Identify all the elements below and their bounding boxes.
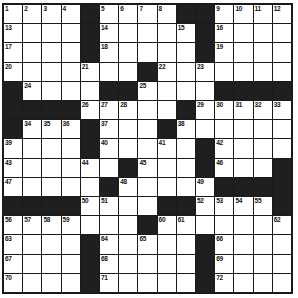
grid-cell[interactable] <box>138 43 156 61</box>
black-square <box>215 178 233 196</box>
clue-number: 22 <box>159 63 166 70</box>
grid-cell[interactable]: 68 <box>100 255 118 273</box>
clue-number: 41 <box>159 139 166 146</box>
grid-cell[interactable] <box>62 24 80 42</box>
grid-cell[interactable] <box>234 216 252 234</box>
black-square <box>196 255 214 273</box>
grid-cell[interactable] <box>158 82 176 100</box>
grid-cell[interactable] <box>138 101 156 119</box>
clue-number: 35 <box>43 120 50 127</box>
grid-cell[interactable] <box>254 120 272 138</box>
clue-number: 44 <box>82 159 89 166</box>
clue-number: 54 <box>235 197 242 204</box>
grid-cell[interactable] <box>81 178 99 196</box>
grid-cell[interactable] <box>158 159 176 177</box>
grid-cell[interactable] <box>23 63 41 81</box>
black-square <box>81 235 99 253</box>
grid-cell[interactable]: 62 <box>273 216 291 234</box>
clue-number: 1 <box>5 5 8 12</box>
clue-number: 52 <box>197 197 204 204</box>
grid-cell[interactable]: 37 <box>100 120 118 138</box>
grid-cell[interactable] <box>42 82 60 100</box>
grid-cell[interactable] <box>177 274 195 292</box>
grid-cell[interactable] <box>234 120 252 138</box>
grid-cell[interactable] <box>42 24 60 42</box>
grid-cell[interactable] <box>62 255 80 273</box>
grid-cell[interactable] <box>273 255 291 273</box>
grid-cell[interactable] <box>81 82 99 100</box>
grid-cell[interactable] <box>254 139 272 157</box>
grid-cell[interactable]: 29 <box>196 101 214 119</box>
grid-cell[interactable]: 50 <box>81 197 99 215</box>
clue-number: 27 <box>101 101 108 108</box>
clue-number: 49 <box>197 178 204 185</box>
grid-cell[interactable]: 63 <box>4 235 22 253</box>
grid-cell[interactable]: 59 <box>62 216 80 234</box>
grid-cell[interactable] <box>158 255 176 273</box>
grid-cell[interactable] <box>138 139 156 157</box>
grid-cell[interactable] <box>177 159 195 177</box>
black-square <box>273 197 291 215</box>
black-square <box>81 43 99 61</box>
grid-cell[interactable] <box>119 255 137 273</box>
grid-cell[interactable] <box>23 139 41 157</box>
clue-number: 57 <box>24 216 31 223</box>
grid-cell[interactable] <box>254 43 272 61</box>
clue-number: 53 <box>216 197 223 204</box>
black-square <box>177 197 195 215</box>
grid-cell[interactable] <box>234 255 252 273</box>
grid-cell[interactable] <box>254 255 272 273</box>
clue-number: 48 <box>120 178 127 185</box>
grid-cell[interactable] <box>42 63 60 81</box>
clue-number: 12 <box>274 5 281 12</box>
grid-cell[interactable] <box>100 159 118 177</box>
clue-number: 15 <box>178 24 185 31</box>
black-square <box>196 139 214 157</box>
black-square <box>23 197 41 215</box>
clue-number: 9 <box>216 5 219 12</box>
grid-cell[interactable]: 52 <box>196 197 214 215</box>
clue-number: 68 <box>101 255 108 262</box>
grid-cell[interactable]: 58 <box>42 216 60 234</box>
grid-cell[interactable] <box>234 43 252 61</box>
black-square <box>158 197 176 215</box>
grid-cell[interactable] <box>158 235 176 253</box>
grid-cell[interactable]: 53 <box>215 197 233 215</box>
grid-cell[interactable] <box>42 43 60 61</box>
grid-cell[interactable] <box>62 82 80 100</box>
grid-cell[interactable] <box>119 43 137 61</box>
grid-cell[interactable]: 36 <box>62 120 80 138</box>
clue-number: 46 <box>216 159 223 166</box>
grid-cell[interactable]: 27 <box>100 101 118 119</box>
grid-cell[interactable] <box>119 216 137 234</box>
grid-cell[interactable] <box>177 178 195 196</box>
grid-cell[interactable] <box>62 178 80 196</box>
black-square <box>177 5 195 23</box>
grid-cell[interactable] <box>234 24 252 42</box>
grid-cell[interactable] <box>23 159 41 177</box>
grid-cell[interactable]: 42 <box>215 139 233 157</box>
grid-cell[interactable]: 49 <box>196 178 214 196</box>
grid-cell[interactable] <box>62 43 80 61</box>
grid-cell[interactable]: 23 <box>196 63 214 81</box>
grid-cell[interactable] <box>138 24 156 42</box>
black-square <box>158 120 176 138</box>
clue-number: 62 <box>274 216 281 223</box>
grid-cell[interactable] <box>196 120 214 138</box>
grid-cell[interactable]: 65 <box>138 235 156 253</box>
clue-number: 20 <box>5 63 12 70</box>
clue-number: 45 <box>139 159 146 166</box>
black-square <box>234 82 252 100</box>
black-square <box>81 255 99 273</box>
grid-cell[interactable]: 26 <box>81 101 99 119</box>
clue-number: 58 <box>43 216 50 223</box>
grid-cell[interactable] <box>158 24 176 42</box>
black-square <box>196 274 214 292</box>
clue-number: 72 <box>216 274 223 281</box>
grid-cell[interactable]: 28 <box>119 101 137 119</box>
black-square <box>100 82 118 100</box>
grid-cell[interactable] <box>234 159 252 177</box>
grid-cell[interactable] <box>119 274 137 292</box>
black-square <box>138 216 156 234</box>
black-square <box>42 197 60 215</box>
grid-cell[interactable] <box>234 63 252 81</box>
black-square <box>196 235 214 253</box>
clue-number: 30 <box>216 101 223 108</box>
grid-cell[interactable] <box>215 216 233 234</box>
clue-number: 2 <box>24 5 27 12</box>
grid-cell[interactable]: 25 <box>138 82 156 100</box>
grid-cell[interactable]: 70 <box>4 274 22 292</box>
grid-cell[interactable] <box>177 255 195 273</box>
clue-number: 70 <box>5 274 12 281</box>
clue-number: 63 <box>5 235 12 242</box>
grid-cell[interactable]: 18 <box>100 43 118 61</box>
grid-cell[interactable] <box>273 63 291 81</box>
grid-cell[interactable] <box>62 235 80 253</box>
grid-cell[interactable]: 16 <box>215 24 233 42</box>
black-square <box>4 120 22 138</box>
grid-cell[interactable] <box>23 255 41 273</box>
clue-number: 43 <box>5 159 12 166</box>
grid-cell[interactable] <box>23 274 41 292</box>
grid-cell[interactable]: 67 <box>4 255 22 273</box>
grid-cell[interactable]: 48 <box>119 178 137 196</box>
clue-number: 10 <box>235 5 242 12</box>
grid-cell[interactable] <box>215 120 233 138</box>
grid-cell[interactable] <box>273 24 291 42</box>
grid-cell[interactable] <box>177 82 195 100</box>
grid-cell[interactable]: 17 <box>4 43 22 61</box>
clue-number: 69 <box>216 255 223 262</box>
grid-cell[interactable] <box>138 120 156 138</box>
grid-cell[interactable] <box>273 274 291 292</box>
grid-cell[interactable]: 35 <box>42 120 60 138</box>
black-square <box>119 159 137 177</box>
grid-cell[interactable] <box>234 235 252 253</box>
black-square <box>273 178 291 196</box>
grid-cell[interactable]: 30 <box>215 101 233 119</box>
grid-cell[interactable]: 10 <box>234 5 252 23</box>
grid-cell[interactable]: 54 <box>234 197 252 215</box>
grid-cell[interactable] <box>196 82 214 100</box>
clue-number: 37 <box>101 120 108 127</box>
black-square <box>254 82 272 100</box>
clue-number: 14 <box>101 24 108 31</box>
black-square <box>23 101 41 119</box>
clue-number: 66 <box>216 235 223 242</box>
grid-cell[interactable] <box>254 24 272 42</box>
grid-cell[interactable]: 1 <box>4 5 22 23</box>
grid-cell[interactable] <box>119 197 137 215</box>
grid-cell[interactable]: 11 <box>254 5 272 23</box>
black-square <box>81 5 99 23</box>
grid-cell[interactable] <box>23 43 41 61</box>
crossword-grid: 1234567891011121314151617181920212223242… <box>2 3 293 294</box>
grid-cell[interactable] <box>62 159 80 177</box>
clue-number: 29 <box>197 101 204 108</box>
grid-cell[interactable] <box>138 178 156 196</box>
clue-number: 33 <box>274 101 281 108</box>
clue-number: 60 <box>159 216 166 223</box>
clue-number: 13 <box>5 24 12 31</box>
grid-cell[interactable]: 9 <box>215 5 233 23</box>
black-square <box>177 101 195 119</box>
black-square <box>119 82 137 100</box>
grid-cell[interactable] <box>254 235 272 253</box>
black-square <box>4 197 22 215</box>
black-square <box>81 24 99 42</box>
grid-cell[interactable]: 21 <box>81 63 99 81</box>
grid-cell[interactable]: 45 <box>138 159 156 177</box>
black-square <box>215 82 233 100</box>
grid-cell[interactable] <box>138 197 156 215</box>
grid-cell[interactable]: 14 <box>100 24 118 42</box>
grid-cell[interactable]: 72 <box>215 274 233 292</box>
clue-number: 50 <box>82 197 89 204</box>
grid-cell[interactable]: 33 <box>273 101 291 119</box>
clue-number: 5 <box>101 5 104 12</box>
grid-cell[interactable]: 13 <box>4 24 22 42</box>
grid-cell[interactable]: 57 <box>23 216 41 234</box>
grid-cell[interactable] <box>23 235 41 253</box>
grid-cell[interactable]: 55 <box>254 197 272 215</box>
clue-number: 38 <box>178 120 185 127</box>
black-square <box>81 139 99 157</box>
grid-cell[interactable]: 69 <box>215 255 233 273</box>
grid-cell[interactable] <box>42 235 60 253</box>
grid-cell[interactable]: 24 <box>23 82 41 100</box>
grid-cell[interactable] <box>177 139 195 157</box>
grid-cell[interactable] <box>234 274 252 292</box>
black-square <box>62 101 80 119</box>
black-square <box>273 82 291 100</box>
grid-cell[interactable]: 31 <box>234 101 252 119</box>
clue-number: 40 <box>101 139 108 146</box>
clue-number: 71 <box>101 274 108 281</box>
black-square <box>254 178 272 196</box>
grid-cell[interactable] <box>196 216 214 234</box>
grid-cell[interactable]: 38 <box>177 120 195 138</box>
clue-number: 8 <box>159 5 162 12</box>
grid-cell[interactable]: 7 <box>138 5 156 23</box>
clue-number: 64 <box>101 235 108 242</box>
grid-cell[interactable] <box>273 120 291 138</box>
grid-cell[interactable]: 19 <box>215 43 233 61</box>
grid-cell[interactable] <box>254 159 272 177</box>
grid-cell[interactable] <box>138 274 156 292</box>
grid-cell[interactable] <box>234 139 252 157</box>
black-square <box>273 159 291 177</box>
grid-cell[interactable]: 6 <box>119 5 137 23</box>
clue-number: 11 <box>255 5 261 12</box>
grid-cell[interactable] <box>177 235 195 253</box>
grid-cell[interactable]: 34 <box>23 120 41 138</box>
clue-number: 42 <box>216 139 223 146</box>
crossword-puzzle: 1234567891011121314151617181920212223242… <box>2 3 293 294</box>
black-square <box>62 197 80 215</box>
clue-number: 31 <box>235 101 242 108</box>
clue-number: 65 <box>139 235 146 242</box>
clue-number: 47 <box>5 178 12 185</box>
grid-cell[interactable] <box>273 235 291 253</box>
clue-number: 61 <box>178 216 185 223</box>
clue-number: 56 <box>5 216 12 223</box>
grid-cell[interactable]: 5 <box>100 5 118 23</box>
black-square <box>42 101 60 119</box>
grid-cell[interactable]: 56 <box>4 216 22 234</box>
grid-cell[interactable] <box>158 274 176 292</box>
grid-cell[interactable] <box>158 43 176 61</box>
grid-cell[interactable] <box>158 178 176 196</box>
clue-number: 32 <box>255 101 262 108</box>
grid-cell[interactable] <box>273 139 291 157</box>
grid-cell[interactable]: 12 <box>273 5 291 23</box>
grid-cell[interactable]: 43 <box>4 159 22 177</box>
grid-cell[interactable] <box>158 101 176 119</box>
clue-number: 21 <box>82 63 89 70</box>
black-square <box>196 5 214 23</box>
clue-number: 6 <box>120 5 123 12</box>
black-square <box>234 178 252 196</box>
grid-cell[interactable]: 60 <box>158 216 176 234</box>
clue-number: 23 <box>197 63 204 70</box>
grid-cell[interactable]: 15 <box>177 24 195 42</box>
grid-cell[interactable]: 40 <box>100 139 118 157</box>
grid-cell[interactable]: 47 <box>4 178 22 196</box>
grid-cell[interactable] <box>62 274 80 292</box>
grid-cell[interactable]: 61 <box>177 216 195 234</box>
grid-cell[interactable] <box>254 274 272 292</box>
clue-number: 28 <box>120 101 127 108</box>
grid-cell[interactable]: 32 <box>254 101 272 119</box>
black-square <box>196 24 214 42</box>
clue-number: 24 <box>24 82 31 89</box>
grid-cell[interactable] <box>62 63 80 81</box>
grid-cell[interactable] <box>177 43 195 61</box>
grid-cell[interactable] <box>138 255 156 273</box>
clue-number: 36 <box>63 120 70 127</box>
grid-cell[interactable] <box>81 216 99 234</box>
grid-cell[interactable] <box>254 216 272 234</box>
clue-number: 19 <box>216 43 223 50</box>
clue-number: 7 <box>139 5 142 12</box>
grid-cell[interactable]: 4 <box>62 5 80 23</box>
grid-cell[interactable]: 3 <box>42 5 60 23</box>
grid-cell[interactable]: 51 <box>100 197 118 215</box>
grid-cell[interactable]: 66 <box>215 235 233 253</box>
clue-number: 17 <box>5 43 12 50</box>
black-square <box>100 178 118 196</box>
grid-cell[interactable]: 71 <box>100 274 118 292</box>
grid-cell[interactable] <box>215 63 233 81</box>
clue-number: 16 <box>216 24 223 31</box>
grid-cell[interactable] <box>42 178 60 196</box>
grid-cell[interactable] <box>62 139 80 157</box>
grid-cell[interactable] <box>100 63 118 81</box>
grid-cell[interactable] <box>119 24 137 42</box>
grid-cell[interactable]: 64 <box>100 235 118 253</box>
grid-cell[interactable] <box>23 178 41 196</box>
clue-number: 4 <box>63 5 66 12</box>
grid-cell[interactable] <box>273 43 291 61</box>
black-square <box>81 274 99 292</box>
black-square <box>196 159 214 177</box>
grid-cell[interactable]: 2 <box>23 5 41 23</box>
grid-cell[interactable]: 39 <box>4 139 22 157</box>
grid-cell[interactable] <box>119 139 137 157</box>
black-square <box>4 101 22 119</box>
grid-cell[interactable] <box>100 216 118 234</box>
black-square <box>196 43 214 61</box>
clue-number: 51 <box>101 197 108 204</box>
clue-number: 3 <box>43 5 46 12</box>
grid-cell[interactable]: 41 <box>158 139 176 157</box>
clue-number: 39 <box>5 139 12 146</box>
clue-number: 26 <box>82 101 89 108</box>
grid-cell[interactable]: 8 <box>158 5 176 23</box>
black-square <box>4 82 22 100</box>
grid-cell[interactable]: 22 <box>158 63 176 81</box>
clue-number: 18 <box>101 43 108 50</box>
clue-number: 67 <box>5 255 12 262</box>
grid-cell[interactable] <box>42 274 60 292</box>
grid-cell[interactable] <box>119 63 137 81</box>
grid-cell[interactable] <box>42 255 60 273</box>
grid-cell[interactable]: 46 <box>215 159 233 177</box>
grid-cell[interactable] <box>177 63 195 81</box>
grid-cell[interactable] <box>42 139 60 157</box>
clue-number: 55 <box>255 197 262 204</box>
grid-cell[interactable]: 20 <box>4 63 22 81</box>
grid-cell[interactable] <box>119 120 137 138</box>
grid-cell[interactable] <box>42 159 60 177</box>
grid-cell[interactable] <box>23 24 41 42</box>
clue-number: 25 <box>139 82 146 89</box>
clue-number: 59 <box>63 216 70 223</box>
clue-number: 34 <box>24 120 31 127</box>
grid-cell[interactable]: 44 <box>81 159 99 177</box>
grid-cell[interactable] <box>119 235 137 253</box>
black-square <box>138 63 156 81</box>
grid-cell[interactable] <box>254 63 272 81</box>
black-square <box>81 120 99 138</box>
